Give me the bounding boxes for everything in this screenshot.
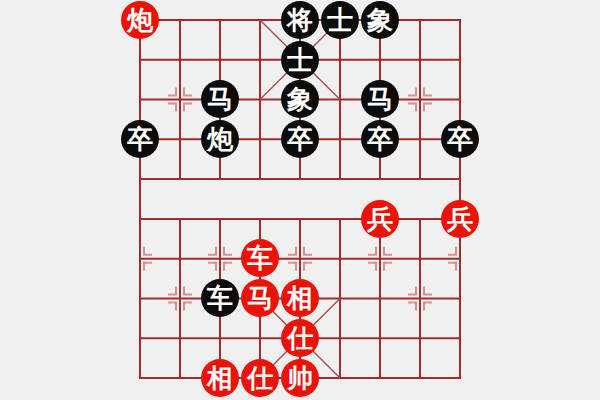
pieces-layer[interactable]: 炮将士象士马象马卒炮卒卒卒兵兵车车马相仕相仕帅 — [120, 0, 480, 398]
piece-red-chariot[interactable]: 车 — [241, 239, 279, 277]
piece-black-advisor[interactable]: 士 — [281, 41, 319, 79]
piece-black-soldier[interactable]: 卒 — [121, 120, 159, 158]
piece-red-advisor[interactable]: 仕 — [281, 319, 319, 357]
piece-red-soldier[interactable]: 兵 — [441, 200, 479, 238]
piece-red-cannon[interactable]: 炮 — [121, 1, 159, 39]
piece-black-advisor[interactable]: 士 — [321, 1, 359, 39]
piece-red-soldier[interactable]: 兵 — [361, 200, 399, 238]
piece-black-chariot[interactable]: 车 — [201, 279, 239, 317]
xiangqi-board: 炮将士象士马象马卒炮卒卒卒兵兵车车马相仕相仕帅 — [0, 0, 600, 400]
piece-black-cannon[interactable]: 炮 — [201, 120, 239, 158]
piece-red-elephant[interactable]: 相 — [281, 279, 319, 317]
piece-red-advisor[interactable]: 仕 — [241, 359, 279, 397]
piece-black-elephant[interactable]: 象 — [361, 1, 399, 39]
piece-black-horse[interactable]: 马 — [361, 80, 399, 118]
piece-red-elephant[interactable]: 相 — [201, 359, 239, 397]
piece-black-horse[interactable]: 马 — [201, 80, 239, 118]
piece-black-elephant[interactable]: 象 — [281, 80, 319, 118]
piece-red-general[interactable]: 帅 — [281, 359, 319, 397]
piece-black-soldier[interactable]: 卒 — [281, 120, 319, 158]
piece-black-general[interactable]: 将 — [281, 1, 319, 39]
piece-black-soldier[interactable]: 卒 — [441, 120, 479, 158]
piece-black-soldier[interactable]: 卒 — [361, 120, 399, 158]
piece-red-horse[interactable]: 马 — [241, 279, 279, 317]
